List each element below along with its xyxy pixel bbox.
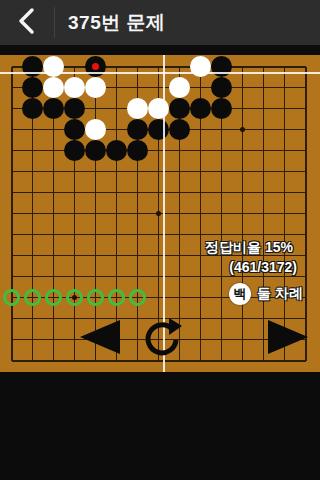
black-stone (169, 98, 190, 119)
target-ring[interactable] (45, 289, 62, 306)
white-stone-badge: 백 (229, 283, 251, 305)
header-divider (54, 7, 55, 38)
target-ring[interactable] (87, 289, 104, 306)
refresh-icon (140, 349, 184, 364)
left-triangle-icon (80, 320, 120, 354)
black-stone (43, 98, 64, 119)
black-stone (64, 98, 85, 119)
black-stone (64, 119, 85, 140)
black-stone (85, 140, 106, 161)
turn-indicator: 백 둘 차례 (229, 283, 303, 305)
black-stone (127, 140, 148, 161)
white-stone (127, 98, 148, 119)
black-stone (22, 98, 43, 119)
black-stone (169, 119, 190, 140)
black-stone (22, 77, 43, 98)
white-stone (169, 77, 190, 98)
target-ring[interactable] (129, 289, 146, 306)
white-stone (85, 77, 106, 98)
target-ring[interactable] (66, 289, 83, 306)
crosshair-horizontal-line (0, 72, 320, 74)
black-stone (190, 98, 211, 119)
black-stone (148, 119, 169, 140)
target-ring[interactable] (24, 289, 41, 306)
white-stone (148, 98, 169, 119)
right-triangle-icon (268, 320, 308, 354)
black-stone (106, 140, 127, 161)
white-stone (64, 77, 85, 98)
next-problem-button[interactable] (268, 320, 308, 354)
white-stone (85, 119, 106, 140)
prev-problem-button[interactable] (80, 320, 120, 354)
last-move-red-dot (92, 63, 99, 70)
black-stone (211, 98, 232, 119)
turn-text: 둘 차례 (257, 285, 303, 303)
black-stone (211, 77, 232, 98)
black-stone (64, 140, 85, 161)
accuracy-text: 정답비율 15% (205, 239, 293, 257)
target-ring[interactable] (3, 289, 20, 306)
page-title: 375번 문제 (68, 10, 165, 36)
white-stone (43, 77, 64, 98)
count-text: (461/3172) (229, 259, 297, 275)
app-screen: 375번 문제 정답비율 15% (461/3172) 백 둘 차례 (0, 0, 320, 480)
target-ring[interactable] (108, 289, 125, 306)
header-bar: 375번 문제 (0, 0, 320, 45)
refresh-button[interactable] (140, 317, 184, 361)
back-button[interactable] (0, 0, 54, 45)
chevron-left-icon (16, 7, 38, 38)
go-board[interactable]: 정답비율 15% (461/3172) 백 둘 차례 (0, 55, 320, 372)
black-stone (127, 119, 148, 140)
